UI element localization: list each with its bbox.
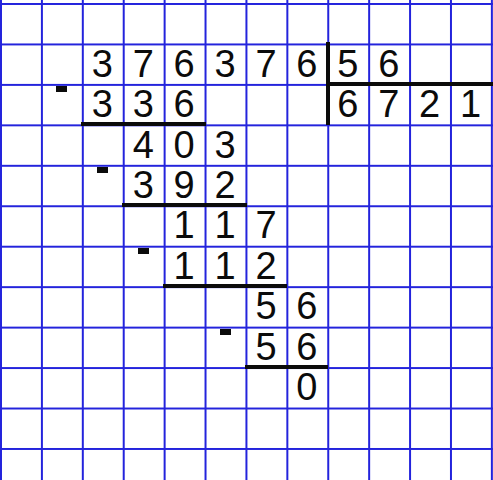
- grid-digit: 7: [123, 43, 164, 83]
- grid-digit: 3: [82, 43, 123, 83]
- minus-sign: [138, 248, 149, 254]
- grid-digit: 9: [164, 165, 205, 205]
- grid-digit: 2: [205, 165, 246, 205]
- grid-digit: 6: [368, 43, 409, 83]
- grid-digit: 6: [286, 286, 327, 326]
- grid-digit: 3: [205, 124, 246, 164]
- minus-sign: [56, 86, 67, 92]
- minus-sign: [97, 167, 108, 173]
- grid-digit: 7: [246, 205, 287, 245]
- grid-digit: 1: [205, 205, 246, 245]
- grid-digit: 6: [164, 43, 205, 83]
- grid-digit: 6: [164, 84, 205, 124]
- minus-sign: [220, 329, 231, 335]
- grid-digit: 5: [246, 327, 287, 367]
- subtraction-underline-56: [245, 365, 329, 369]
- subtraction-underline-336: [81, 122, 206, 126]
- grid-digit: 2: [409, 84, 450, 124]
- grid-digit: 0: [286, 367, 327, 407]
- subtraction-underline-392: [122, 203, 247, 207]
- grid-digit: 0: [164, 124, 205, 164]
- grid-digit: 4: [123, 124, 164, 164]
- grid-digit: 6: [286, 43, 327, 83]
- grid-digit: 6: [286, 327, 327, 367]
- long-division-board: 37637656336672140339211711256560: [0, 0, 493, 480]
- grid-digit: 2: [246, 246, 287, 286]
- grid-digit: 1: [164, 246, 205, 286]
- subtraction-underline-112: [163, 284, 288, 288]
- grid-digit: 7: [368, 84, 409, 124]
- grid-digit: 3: [82, 84, 123, 124]
- grid-digit: 3: [205, 43, 246, 83]
- grid-digit: 1: [205, 246, 246, 286]
- grid-digit: 3: [123, 84, 164, 124]
- grid-digit: 5: [327, 43, 368, 83]
- division-bracket-horizontal-line: [326, 82, 493, 86]
- grid-digit: 1: [450, 84, 491, 124]
- grid-digit: 1: [164, 205, 205, 245]
- grid-digit: 6: [327, 84, 368, 124]
- grid-digit: 3: [123, 165, 164, 205]
- grid-digit: 5: [246, 286, 287, 326]
- grid-digit: 7: [246, 43, 287, 83]
